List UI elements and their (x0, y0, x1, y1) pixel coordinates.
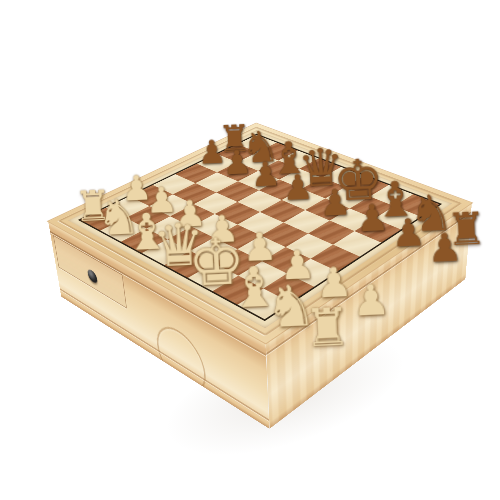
black-pawn-glyph: ♟ (355, 200, 390, 238)
square-a4 (153, 174, 195, 194)
piece-white-pawn-e2: ♟ (239, 241, 305, 276)
square-a2 (106, 196, 150, 218)
square-f8 (345, 176, 388, 197)
square-h7 (375, 206, 421, 229)
square-b7 (237, 152, 278, 170)
square-e8 (322, 167, 364, 187)
black-knight-glyph: ♞ (240, 124, 280, 169)
square-a3 (130, 185, 173, 206)
white-pawn-glyph: ♟ (279, 245, 316, 286)
square-a6 (197, 154, 238, 173)
square-a7 (217, 144, 257, 162)
square-d1 (142, 239, 190, 265)
square-c3 (170, 204, 215, 227)
black-pawn-glyph: ♟ (282, 170, 314, 206)
square-b2 (125, 206, 170, 229)
piece-white-pawn-b2: ♟ (147, 197, 201, 224)
square-f7 (325, 187, 369, 208)
square-c8 (278, 150, 319, 168)
square-g6 (329, 208, 375, 231)
white-pawn-glyph: ♟ (205, 211, 240, 249)
square-h2 (263, 273, 314, 302)
square-e7 (302, 178, 345, 199)
square-c2 (146, 216, 192, 240)
black-pawn-glyph: ♟ (222, 146, 253, 180)
square-b6 (217, 162, 258, 181)
square-g1 (212, 276, 263, 305)
square-e6 (281, 189, 325, 210)
chess-box: ♜♞♝♛♚♝♞♜♟♟♟♟♟♟♟♟♟♟♟♟♟♟♟♟♜♞♝♛♚♝♞♜ (48, 123, 472, 343)
black-queen-glyph: ♛ (297, 141, 345, 194)
piece-black-pawn-d7: ♟ (280, 184, 338, 211)
white-pawn-glyph: ♟ (242, 228, 278, 268)
square-c4 (194, 192, 238, 214)
square-g3 (262, 247, 311, 274)
square-d2 (167, 226, 214, 251)
piece-black-queen-d8: ♛ (303, 165, 372, 198)
piece-white-bishop-f1: ♝ (235, 276, 315, 323)
white-pawn-glyph: ♟ (120, 171, 152, 206)
square-a1 (81, 208, 126, 231)
square-f6 (305, 198, 350, 220)
square-f4 (261, 222, 308, 246)
white-bishop-glyph: ♝ (123, 206, 170, 258)
half-moon-inlay (154, 316, 208, 403)
piece-black-pawn-c7: ♟ (251, 172, 303, 196)
piece-black-pawn-b7: ♟ (223, 161, 274, 184)
square-d7 (280, 169, 322, 189)
square-d6 (259, 179, 302, 200)
white-pawn-glyph: ♟ (145, 183, 178, 219)
white-knight-glyph: ♞ (95, 192, 141, 243)
piece-black-bishop-f8: ♝ (377, 193, 445, 228)
piece-white-pawn-d2: ♟ (204, 224, 265, 256)
piece-black-pawn-a7: ♟ (200, 152, 246, 173)
square-f1 (188, 263, 238, 291)
piece-black-king-e8: ♚ (338, 178, 411, 214)
piece-black-bishop-c8: ♝ (273, 154, 337, 184)
square-b4 (173, 183, 216, 204)
square-g7 (350, 196, 395, 218)
square-h5 (333, 231, 381, 256)
square-b3 (150, 194, 194, 216)
square-d8 (300, 158, 341, 177)
square-h8 (395, 194, 440, 216)
black-bishop-glyph: ♝ (268, 135, 309, 181)
square-b5 (195, 172, 237, 192)
black-pawn-glyph: ♟ (197, 136, 227, 169)
camera-tilt-wrapper: ♜♞♝♛♚♝♞♜♟♟♟♟♟♟♟♟♟♟♟♟♟♟♟♟♜♞♝♛♚♝♞♜ (0, 0, 500, 500)
square-c6 (237, 171, 279, 191)
square-e1 (164, 251, 213, 278)
piece-black-pawn-e7: ♟ (315, 198, 377, 228)
square-b8 (257, 142, 297, 160)
square-g2 (238, 261, 288, 289)
square-h3 (288, 259, 338, 287)
piece-white-pawn-a2: ♟ (124, 186, 173, 210)
piece-black-knight-b8: ♞ (245, 144, 307, 173)
black-pawn-glyph: ♟ (318, 185, 352, 222)
square-e2 (190, 237, 238, 263)
square-d4 (215, 202, 260, 224)
white-pawn-glyph: ♟ (173, 196, 207, 233)
square-h6 (355, 218, 402, 242)
square-b1 (100, 218, 146, 242)
square-a5 (175, 164, 216, 183)
square-h1 (238, 289, 290, 320)
square-c1 (121, 228, 168, 253)
black-pawn-glyph: ♟ (250, 157, 282, 192)
piece-white-king-e1: ♚ (195, 256, 279, 303)
black-rook-glyph: ♜ (217, 120, 251, 158)
piece-black-rook-a8: ♜ (222, 135, 280, 161)
square-f3 (238, 235, 286, 260)
square-g8 (369, 185, 413, 206)
square-d5 (238, 190, 282, 212)
black-king-glyph: ♚ (332, 152, 384, 210)
square-f2 (213, 249, 262, 276)
square-a8 (237, 135, 276, 152)
square-c7 (258, 160, 299, 179)
square-e5 (260, 200, 305, 222)
white-king-glyph: ♚ (186, 229, 246, 295)
product-photo-scene: ♜♞♝♛♚♝♞♜♟♟♟♟♟♟♟♟♟♟♟♟♟♟♟♟♜♞♝♛♚♝♞♜ (0, 0, 500, 500)
square-g5 (308, 220, 355, 244)
square-c5 (216, 181, 259, 202)
